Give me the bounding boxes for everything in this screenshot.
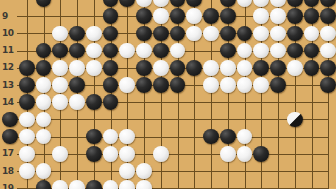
row-label: 9 bbox=[2, 12, 17, 21]
white-stone[interactable] bbox=[237, 129, 253, 145]
white-stone[interactable] bbox=[19, 129, 35, 145]
white-stone[interactable] bbox=[103, 146, 119, 162]
white-stone[interactable] bbox=[136, 163, 152, 179]
white-stone[interactable] bbox=[52, 60, 68, 76]
black-stone[interactable] bbox=[304, 0, 320, 7]
white-stone[interactable] bbox=[253, 77, 269, 93]
black-stone[interactable] bbox=[186, 60, 202, 76]
black-stone[interactable] bbox=[304, 8, 320, 24]
white-stone[interactable] bbox=[237, 60, 253, 76]
white-stone[interactable] bbox=[153, 0, 169, 7]
black-stone[interactable] bbox=[320, 0, 336, 7]
black-stone[interactable] bbox=[170, 26, 186, 42]
black-stone[interactable] bbox=[220, 129, 236, 145]
white-stone[interactable] bbox=[36, 77, 52, 93]
white-stone[interactable] bbox=[52, 77, 68, 93]
white-stone[interactable] bbox=[270, 43, 286, 59]
white-stone[interactable] bbox=[186, 26, 202, 42]
white-stone[interactable] bbox=[136, 43, 152, 59]
white-stone[interactable] bbox=[153, 146, 169, 162]
black-stone[interactable] bbox=[170, 60, 186, 76]
black-stone[interactable] bbox=[52, 43, 68, 59]
black-stone[interactable] bbox=[19, 77, 35, 93]
black-stone[interactable] bbox=[153, 43, 169, 59]
white-stone[interactable] bbox=[119, 43, 135, 59]
black-stone[interactable] bbox=[220, 0, 236, 7]
black-stone[interactable] bbox=[220, 8, 236, 24]
white-stone[interactable] bbox=[270, 0, 286, 7]
black-stone[interactable] bbox=[220, 26, 236, 42]
black-stone[interactable] bbox=[170, 77, 186, 93]
white-stone[interactable] bbox=[136, 0, 152, 7]
black-stone[interactable] bbox=[203, 129, 219, 145]
white-stone[interactable] bbox=[86, 43, 102, 59]
black-stone[interactable] bbox=[287, 0, 303, 7]
row-label: 10 bbox=[2, 29, 17, 38]
grid-line-h bbox=[17, 137, 329, 138]
white-stone[interactable] bbox=[270, 8, 286, 24]
black-stone[interactable] bbox=[220, 43, 236, 59]
white-stone[interactable] bbox=[69, 94, 85, 110]
black-stone[interactable] bbox=[69, 26, 85, 42]
white-stone[interactable] bbox=[253, 43, 269, 59]
black-stone[interactable] bbox=[304, 43, 320, 59]
black-stone[interactable] bbox=[103, 0, 119, 7]
white-stone[interactable] bbox=[253, 0, 269, 7]
white-stone[interactable] bbox=[220, 77, 236, 93]
row-label: 13 bbox=[2, 81, 17, 90]
white-stone[interactable] bbox=[170, 43, 186, 59]
white-stone[interactable] bbox=[52, 146, 68, 162]
black-stone[interactable] bbox=[86, 146, 102, 162]
row-label: 14 bbox=[2, 98, 17, 107]
grid-line-h bbox=[17, 119, 329, 120]
black-stone[interactable] bbox=[320, 8, 336, 24]
white-stone[interactable] bbox=[253, 26, 269, 42]
black-stone[interactable] bbox=[153, 26, 169, 42]
black-stone[interactable] bbox=[2, 129, 18, 145]
black-stone[interactable] bbox=[320, 77, 336, 93]
white-stone[interactable] bbox=[153, 60, 169, 76]
white-stone[interactable] bbox=[320, 26, 336, 42]
white-stone[interactable] bbox=[103, 180, 119, 189]
black-stone[interactable] bbox=[36, 180, 52, 189]
white-stone[interactable] bbox=[36, 112, 52, 128]
black-stone[interactable] bbox=[304, 60, 320, 76]
black-stone[interactable] bbox=[153, 77, 169, 93]
white-stone[interactable] bbox=[52, 94, 68, 110]
black-stone[interactable] bbox=[136, 77, 152, 93]
black-stone[interactable] bbox=[103, 60, 119, 76]
marker-stone[interactable] bbox=[287, 112, 303, 128]
white-stone[interactable] bbox=[203, 26, 219, 42]
black-stone[interactable] bbox=[170, 0, 186, 7]
black-stone[interactable] bbox=[270, 77, 286, 93]
white-stone[interactable] bbox=[136, 180, 152, 189]
white-stone[interactable] bbox=[237, 43, 253, 59]
white-stone[interactable] bbox=[86, 60, 102, 76]
white-stone[interactable] bbox=[119, 129, 135, 145]
white-stone[interactable] bbox=[203, 60, 219, 76]
white-stone[interactable] bbox=[220, 146, 236, 162]
white-stone[interactable] bbox=[203, 77, 219, 93]
black-stone[interactable] bbox=[103, 94, 119, 110]
black-stone[interactable] bbox=[186, 0, 202, 7]
row-label: 17 bbox=[2, 149, 17, 158]
black-stone[interactable] bbox=[19, 60, 35, 76]
white-stone[interactable] bbox=[86, 26, 102, 42]
white-stone[interactable] bbox=[304, 26, 320, 42]
black-stone[interactable] bbox=[203, 8, 219, 24]
black-stone[interactable] bbox=[86, 180, 102, 189]
black-stone[interactable] bbox=[103, 26, 119, 42]
black-stone[interactable] bbox=[136, 8, 152, 24]
go-board[interactable]: 910111213141516171819 bbox=[0, 0, 336, 189]
black-stone[interactable] bbox=[69, 77, 85, 93]
black-stone[interactable] bbox=[119, 0, 135, 7]
black-stone[interactable] bbox=[237, 26, 253, 42]
black-stone[interactable] bbox=[287, 43, 303, 59]
white-stone[interactable] bbox=[36, 94, 52, 110]
black-stone[interactable] bbox=[287, 26, 303, 42]
white-stone[interactable] bbox=[19, 146, 35, 162]
white-stone[interactable] bbox=[36, 129, 52, 145]
black-stone[interactable] bbox=[103, 77, 119, 93]
row-label: 19 bbox=[2, 184, 17, 189]
white-stone[interactable] bbox=[119, 146, 135, 162]
black-stone[interactable] bbox=[103, 43, 119, 59]
black-stone[interactable] bbox=[36, 60, 52, 76]
grid-line-h bbox=[17, 171, 329, 172]
black-stone[interactable] bbox=[19, 94, 35, 110]
white-stone[interactable] bbox=[119, 180, 135, 189]
black-stone[interactable] bbox=[86, 129, 102, 145]
black-stone[interactable] bbox=[36, 0, 52, 7]
black-stone[interactable] bbox=[170, 8, 186, 24]
white-stone[interactable] bbox=[19, 163, 35, 179]
white-stone[interactable] bbox=[237, 146, 253, 162]
black-stone[interactable] bbox=[2, 112, 18, 128]
white-stone[interactable] bbox=[153, 8, 169, 24]
white-stone[interactable] bbox=[253, 8, 269, 24]
row-label: 12 bbox=[2, 63, 17, 72]
white-stone[interactable] bbox=[270, 26, 286, 42]
black-stone[interactable] bbox=[287, 8, 303, 24]
white-stone[interactable] bbox=[69, 60, 85, 76]
black-stone[interactable] bbox=[136, 60, 152, 76]
white-stone[interactable] bbox=[52, 26, 68, 42]
black-stone[interactable] bbox=[320, 60, 336, 76]
black-stone[interactable] bbox=[86, 94, 102, 110]
white-stone[interactable] bbox=[287, 60, 303, 76]
white-stone[interactable] bbox=[19, 112, 35, 128]
white-stone[interactable] bbox=[320, 43, 336, 59]
white-stone[interactable] bbox=[237, 77, 253, 93]
white-stone[interactable] bbox=[119, 163, 135, 179]
white-stone[interactable] bbox=[119, 77, 135, 93]
row-label: 11 bbox=[2, 46, 17, 55]
white-stone[interactable] bbox=[220, 60, 236, 76]
white-stone[interactable] bbox=[237, 0, 253, 7]
black-stone[interactable] bbox=[270, 60, 286, 76]
black-stone[interactable] bbox=[253, 60, 269, 76]
white-stone[interactable] bbox=[52, 180, 68, 189]
white-stone[interactable] bbox=[36, 163, 52, 179]
white-stone[interactable] bbox=[103, 129, 119, 145]
white-stone[interactable] bbox=[69, 180, 85, 189]
black-stone[interactable] bbox=[69, 43, 85, 59]
black-stone[interactable] bbox=[36, 43, 52, 59]
black-stone[interactable] bbox=[253, 146, 269, 162]
white-stone[interactable] bbox=[186, 8, 202, 24]
black-stone[interactable] bbox=[136, 26, 152, 42]
black-stone[interactable] bbox=[103, 8, 119, 24]
row-label: 18 bbox=[2, 167, 17, 176]
